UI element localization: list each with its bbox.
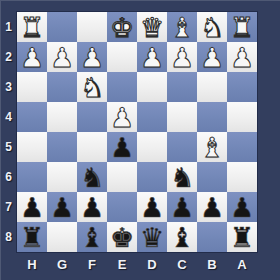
square-f6[interactable]: ♞ bbox=[77, 162, 107, 192]
square-b6[interactable] bbox=[197, 162, 227, 192]
white-rook: ♜ bbox=[227, 12, 257, 42]
white-pawn: ♟ bbox=[47, 42, 77, 72]
file-label-h: H bbox=[17, 252, 47, 280]
black-rook: ♜ bbox=[17, 222, 47, 252]
white-bishop: ♝ bbox=[167, 12, 197, 42]
file-label-e: E bbox=[107, 252, 137, 280]
square-g5[interactable] bbox=[47, 132, 77, 162]
square-g3[interactable] bbox=[47, 72, 77, 102]
square-h3[interactable] bbox=[17, 72, 47, 102]
white-rook: ♜ bbox=[17, 12, 47, 42]
square-d1[interactable]: ♛ bbox=[137, 12, 167, 42]
square-e7[interactable] bbox=[107, 192, 137, 222]
white-king: ♚ bbox=[107, 12, 137, 42]
square-c3[interactable] bbox=[167, 72, 197, 102]
square-e1[interactable]: ♚ bbox=[107, 12, 137, 42]
square-g2[interactable]: ♟ bbox=[47, 42, 77, 72]
black-pawn: ♟ bbox=[227, 192, 257, 222]
square-f2[interactable]: ♟ bbox=[77, 42, 107, 72]
square-a3[interactable] bbox=[227, 72, 257, 102]
square-f5[interactable] bbox=[77, 132, 107, 162]
square-g6[interactable] bbox=[47, 162, 77, 192]
white-knight: ♞ bbox=[197, 12, 227, 42]
black-pawn: ♟ bbox=[167, 192, 197, 222]
square-d8[interactable]: ♛ bbox=[137, 222, 167, 252]
square-h8[interactable]: ♜ bbox=[17, 222, 47, 252]
square-a4[interactable] bbox=[227, 102, 257, 132]
square-b4[interactable] bbox=[197, 102, 227, 132]
square-e2[interactable] bbox=[107, 42, 137, 72]
rank-label-1: 1 bbox=[0, 12, 17, 42]
square-h4[interactable] bbox=[17, 102, 47, 132]
square-e5[interactable]: ♟ bbox=[107, 132, 137, 162]
square-d5[interactable] bbox=[137, 132, 167, 162]
square-a5[interactable] bbox=[227, 132, 257, 162]
rank-label-7: 7 bbox=[0, 192, 17, 222]
black-king: ♚ bbox=[107, 222, 137, 252]
white-knight: ♞ bbox=[77, 72, 107, 102]
square-d7[interactable]: ♟ bbox=[137, 192, 167, 222]
square-e6[interactable] bbox=[107, 162, 137, 192]
square-a6[interactable] bbox=[227, 162, 257, 192]
square-h2[interactable]: ♟ bbox=[17, 42, 47, 72]
black-pawn: ♟ bbox=[137, 192, 167, 222]
black-queen: ♛ bbox=[137, 222, 167, 252]
file-label-a: A bbox=[227, 252, 257, 280]
square-a2[interactable]: ♟ bbox=[227, 42, 257, 72]
square-b8[interactable] bbox=[197, 222, 227, 252]
square-f1[interactable] bbox=[77, 12, 107, 42]
square-c7[interactable]: ♟ bbox=[167, 192, 197, 222]
white-pawn: ♟ bbox=[77, 42, 107, 72]
file-labels: HGFEDCBA bbox=[17, 252, 257, 280]
square-f3[interactable]: ♞ bbox=[77, 72, 107, 102]
black-bishop: ♝ bbox=[77, 222, 107, 252]
file-label-b: B bbox=[197, 252, 227, 280]
white-pawn: ♟ bbox=[107, 102, 137, 132]
white-pawn: ♟ bbox=[227, 42, 257, 72]
square-h1[interactable]: ♜ bbox=[17, 12, 47, 42]
chess-board-frame: 12345678 ♜♚♛♝♞♜♟♟♟♟♟♟♟♞♟♟♝♞♞♟♟♟♟♟♟♟♜♝♚♛♝… bbox=[0, 0, 280, 280]
black-pawn: ♟ bbox=[77, 192, 107, 222]
rank-label-4: 4 bbox=[0, 102, 17, 132]
white-pawn: ♟ bbox=[137, 42, 167, 72]
rank-label-8: 8 bbox=[0, 222, 17, 252]
square-c5[interactable] bbox=[167, 132, 197, 162]
square-h6[interactable] bbox=[17, 162, 47, 192]
file-label-c: C bbox=[167, 252, 197, 280]
square-a1[interactable]: ♜ bbox=[227, 12, 257, 42]
square-e4[interactable]: ♟ bbox=[107, 102, 137, 132]
square-c1[interactable]: ♝ bbox=[167, 12, 197, 42]
black-pawn: ♟ bbox=[107, 132, 137, 162]
black-knight: ♞ bbox=[77, 162, 107, 192]
square-g4[interactable] bbox=[47, 102, 77, 132]
square-g8[interactable] bbox=[47, 222, 77, 252]
square-b2[interactable]: ♟ bbox=[197, 42, 227, 72]
file-label-f: F bbox=[77, 252, 107, 280]
white-bishop: ♝ bbox=[197, 132, 227, 162]
square-g1[interactable] bbox=[47, 12, 77, 42]
square-f4[interactable] bbox=[77, 102, 107, 132]
square-f8[interactable]: ♝ bbox=[77, 222, 107, 252]
square-b3[interactable] bbox=[197, 72, 227, 102]
square-g7[interactable]: ♟ bbox=[47, 192, 77, 222]
square-b5[interactable]: ♝ bbox=[197, 132, 227, 162]
square-d4[interactable] bbox=[137, 102, 167, 132]
rank-label-5: 5 bbox=[0, 132, 17, 162]
square-a7[interactable]: ♟ bbox=[227, 192, 257, 222]
square-d6[interactable] bbox=[137, 162, 167, 192]
white-pawn: ♟ bbox=[17, 42, 47, 72]
square-e8[interactable]: ♚ bbox=[107, 222, 137, 252]
black-bishop: ♝ bbox=[167, 222, 197, 252]
square-c8[interactable]: ♝ bbox=[167, 222, 197, 252]
chess-board[interactable]: ♜♚♛♝♞♜♟♟♟♟♟♟♟♞♟♟♝♞♞♟♟♟♟♟♟♟♜♝♚♛♝♜ bbox=[17, 12, 257, 252]
black-pawn: ♟ bbox=[47, 192, 77, 222]
square-b7[interactable]: ♟ bbox=[197, 192, 227, 222]
file-label-d: D bbox=[137, 252, 167, 280]
white-queen: ♛ bbox=[137, 12, 167, 42]
rank-label-6: 6 bbox=[0, 162, 17, 192]
black-pawn: ♟ bbox=[17, 192, 47, 222]
black-rook: ♜ bbox=[227, 222, 257, 252]
square-d2[interactable]: ♟ bbox=[137, 42, 167, 72]
square-a8[interactable]: ♜ bbox=[227, 222, 257, 252]
square-h7[interactable]: ♟ bbox=[17, 192, 47, 222]
rank-labels: 12345678 bbox=[0, 12, 17, 252]
rank-label-3: 3 bbox=[0, 72, 17, 102]
file-label-g: G bbox=[47, 252, 77, 280]
square-d3[interactable] bbox=[137, 72, 167, 102]
white-pawn: ♟ bbox=[197, 42, 227, 72]
square-f7[interactable]: ♟ bbox=[77, 192, 107, 222]
white-pawn: ♟ bbox=[167, 42, 197, 72]
rank-label-2: 2 bbox=[0, 42, 17, 72]
square-c6[interactable]: ♞ bbox=[167, 162, 197, 192]
square-h5[interactable] bbox=[17, 132, 47, 162]
black-knight: ♞ bbox=[167, 162, 197, 192]
square-c2[interactable]: ♟ bbox=[167, 42, 197, 72]
black-pawn: ♟ bbox=[197, 192, 227, 222]
square-b1[interactable]: ♞ bbox=[197, 12, 227, 42]
square-e3[interactable] bbox=[107, 72, 137, 102]
square-c4[interactable] bbox=[167, 102, 197, 132]
